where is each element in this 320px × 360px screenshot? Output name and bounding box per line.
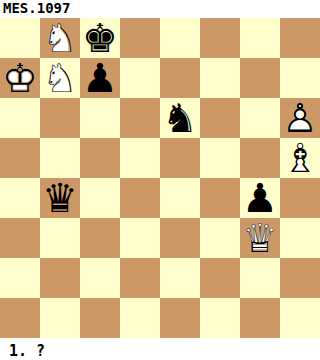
square-a5[interactable] xyxy=(0,138,40,178)
square-a3[interactable] xyxy=(0,218,40,258)
square-d8[interactable] xyxy=(120,18,160,58)
white-king-outline: ♔ xyxy=(0,58,40,98)
square-b7[interactable]: ♞♘ xyxy=(40,58,80,98)
square-h7[interactable] xyxy=(280,58,320,98)
square-a7[interactable]: ♚♔ xyxy=(0,58,40,98)
white-queen: ♛♕ xyxy=(240,218,280,258)
square-b3[interactable] xyxy=(40,218,80,258)
square-b5[interactable] xyxy=(40,138,80,178)
square-d6[interactable] xyxy=(120,98,160,138)
white-pawn-outline: ♙ xyxy=(280,98,320,138)
black-king: ♚ xyxy=(80,18,120,58)
white-knight-outline: ♘ xyxy=(40,18,80,58)
square-c8[interactable]: ♚ xyxy=(80,18,120,58)
white-bishop: ♝♗ xyxy=(280,138,320,178)
square-b1[interactable] xyxy=(40,298,80,338)
square-e2[interactable] xyxy=(160,258,200,298)
square-e1[interactable] xyxy=(160,298,200,338)
move-prompt: 1. ? xyxy=(0,338,320,360)
square-g7[interactable] xyxy=(240,58,280,98)
chess-board: ♞♘♚♚♔♞♘♟♞♟♙♝♗♛♟♛♕ xyxy=(0,18,320,338)
square-a6[interactable] xyxy=(0,98,40,138)
black-knight: ♞ xyxy=(160,98,200,138)
square-c7[interactable]: ♟ xyxy=(80,58,120,98)
square-g6[interactable] xyxy=(240,98,280,138)
square-c4[interactable] xyxy=(80,178,120,218)
square-d5[interactable] xyxy=(120,138,160,178)
square-b6[interactable] xyxy=(40,98,80,138)
square-f1[interactable] xyxy=(200,298,240,338)
white-knight-outline: ♘ xyxy=(40,58,80,98)
square-e4[interactable] xyxy=(160,178,200,218)
white-bishop-outline: ♗ xyxy=(280,138,320,178)
square-h5[interactable]: ♝♗ xyxy=(280,138,320,178)
square-g4[interactable]: ♟ xyxy=(240,178,280,218)
square-g2[interactable] xyxy=(240,258,280,298)
square-f5[interactable] xyxy=(200,138,240,178)
square-e8[interactable] xyxy=(160,18,200,58)
square-a4[interactable] xyxy=(0,178,40,218)
square-d2[interactable] xyxy=(120,258,160,298)
white-pawn: ♟♙ xyxy=(280,98,320,138)
square-f6[interactable] xyxy=(200,98,240,138)
square-h6[interactable]: ♟♙ xyxy=(280,98,320,138)
square-c2[interactable] xyxy=(80,258,120,298)
square-a8[interactable] xyxy=(0,18,40,58)
square-h8[interactable] xyxy=(280,18,320,58)
square-f2[interactable] xyxy=(200,258,240,298)
square-b2[interactable] xyxy=(40,258,80,298)
square-e7[interactable] xyxy=(160,58,200,98)
square-g3[interactable]: ♛♕ xyxy=(240,218,280,258)
square-e6[interactable]: ♞ xyxy=(160,98,200,138)
white-king: ♚♔ xyxy=(0,58,40,98)
square-d4[interactable] xyxy=(120,178,160,218)
square-g1[interactable] xyxy=(240,298,280,338)
black-pawn: ♟ xyxy=(240,178,280,218)
square-h4[interactable] xyxy=(280,178,320,218)
square-h2[interactable] xyxy=(280,258,320,298)
square-b4[interactable]: ♛ xyxy=(40,178,80,218)
square-d1[interactable] xyxy=(120,298,160,338)
square-g5[interactable] xyxy=(240,138,280,178)
square-g8[interactable] xyxy=(240,18,280,58)
square-a1[interactable] xyxy=(0,298,40,338)
square-c5[interactable] xyxy=(80,138,120,178)
black-queen: ♛ xyxy=(40,178,80,218)
white-knight: ♞♘ xyxy=(40,58,80,98)
square-b8[interactable]: ♞♘ xyxy=(40,18,80,58)
white-queen-outline: ♕ xyxy=(240,218,280,258)
square-e5[interactable] xyxy=(160,138,200,178)
chess-puzzle-page: MES.1097 ♞♘♚♚♔♞♘♟♞♟♙♝♗♛♟♛♕ 1. ? xyxy=(0,0,320,360)
square-c1[interactable] xyxy=(80,298,120,338)
square-h1[interactable] xyxy=(280,298,320,338)
square-a2[interactable] xyxy=(0,258,40,298)
square-h3[interactable] xyxy=(280,218,320,258)
square-d3[interactable] xyxy=(120,218,160,258)
black-pawn: ♟ xyxy=(80,58,120,98)
square-f8[interactable] xyxy=(200,18,240,58)
square-f7[interactable] xyxy=(200,58,240,98)
square-f3[interactable] xyxy=(200,218,240,258)
square-f4[interactable] xyxy=(200,178,240,218)
square-c6[interactable] xyxy=(80,98,120,138)
square-c3[interactable] xyxy=(80,218,120,258)
square-d7[interactable] xyxy=(120,58,160,98)
square-e3[interactable] xyxy=(160,218,200,258)
white-knight: ♞♘ xyxy=(40,18,80,58)
